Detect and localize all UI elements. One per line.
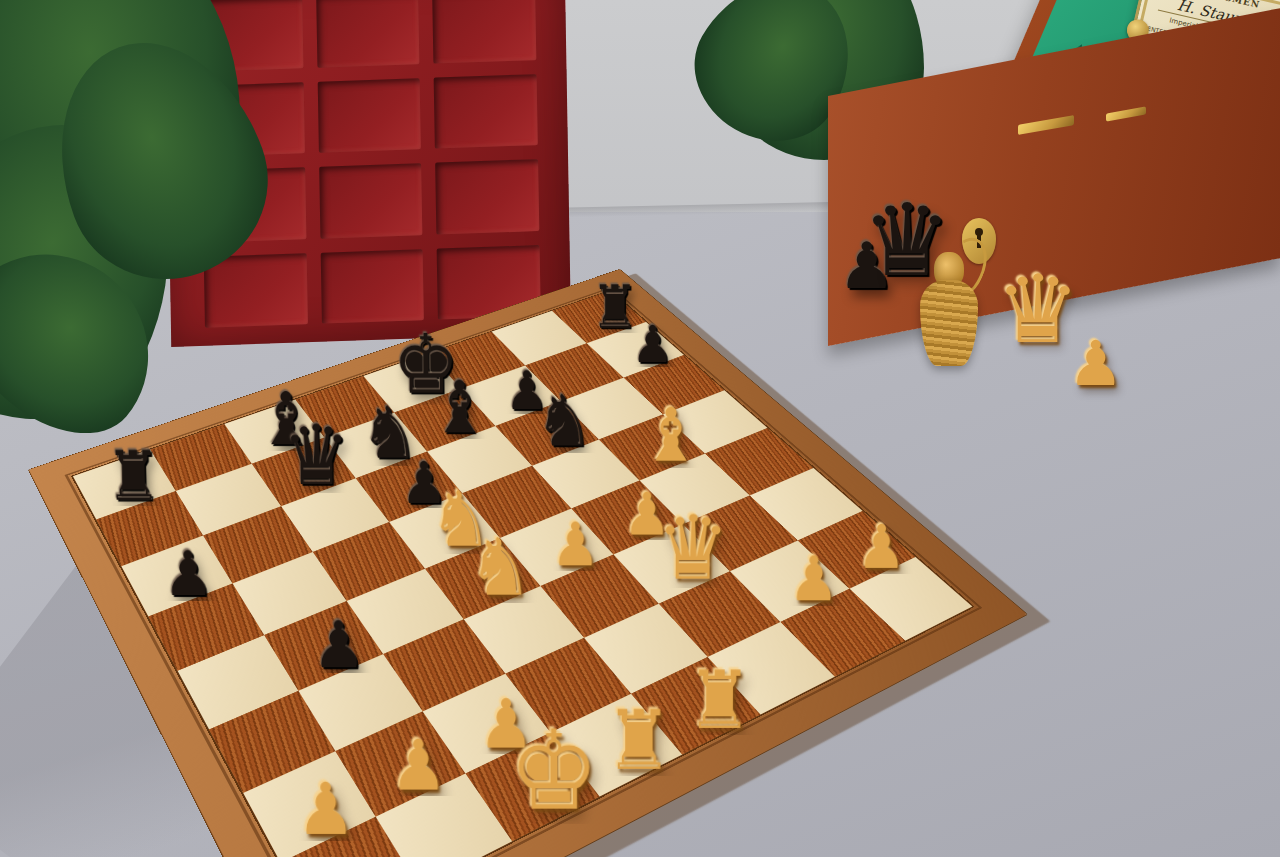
spare-black-queen[interactable]: ♛: [862, 196, 952, 286]
piece-white-pawn-a2[interactable]: ♟: [274, 731, 378, 842]
piece-black-queen-c7[interactable]: ♛: [276, 406, 357, 494]
piece-black-rook-a8[interactable]: ♜: [92, 418, 175, 507]
piece-black-pawn-a6[interactable]: ♟: [143, 506, 232, 602]
piece-white-pawn-g2[interactable]: ♟: [770, 511, 858, 607]
piece-black-knight-f6[interactable]: ♞: [525, 369, 603, 455]
spare-white-pawn[interactable]: ♟: [1068, 336, 1124, 392]
chess-board: ♜♝♚♜♛♞♝♟♟♟♟♞♞♝♟♞♟♟♛♟♟♟♟♟♚♜♜: [29, 269, 1027, 857]
piece-white-rook-d1[interactable]: ♜: [590, 671, 688, 778]
board-frame: ♜♝♚♜♛♞♝♟♟♟♟♞♞♝♟♞♟♟♛♟♟♟♟♟♚♜♜: [29, 269, 1027, 857]
board-grid: ♜♝♚♜♛♞♝♟♟♟♟♞♞♝♟♞♟♟♛♟♟♟♟♟♚♜♜: [73, 291, 972, 857]
board-scene: ♜♝♚♜♛♞♝♟♟♟♟♞♞♝♟♞♟♟♛♟♟♟♟♟♚♜♜: [0, 0, 1280, 857]
piece-white-pawn-b2[interactable]: ♟: [368, 689, 468, 797]
piece-black-pawn-b4[interactable]: ♟: [292, 574, 385, 674]
piece-white-pawn-e4[interactable]: ♟: [533, 479, 618, 573]
piece-white-knight-d4[interactable]: ♞: [456, 509, 544, 605]
piece-white-queen-f3[interactable]: ♛: [650, 495, 736, 590]
piece-white-king-c1[interactable]: ♚: [503, 711, 604, 821]
piece-black-pawn-h7[interactable]: ♟: [617, 288, 689, 368]
